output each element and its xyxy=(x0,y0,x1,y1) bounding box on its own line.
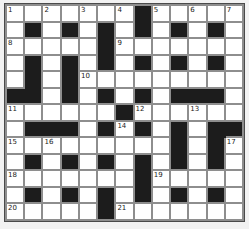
letter-cell-r9c11[interactable] xyxy=(189,138,205,153)
letter-cell-r11c11[interactable] xyxy=(189,171,205,186)
letter-cell-r6c13[interactable] xyxy=(226,89,242,104)
clue-number-20: 20 xyxy=(8,204,17,212)
block-cell-r13c6 xyxy=(98,204,114,219)
letter-cell-r11c5[interactable] xyxy=(80,171,96,186)
clue-number-8: 8 xyxy=(8,39,12,47)
letter-cell-r11c6[interactable] xyxy=(98,171,114,186)
letter-cell-r1c6[interactable] xyxy=(98,6,114,21)
block-cell-r12c12 xyxy=(208,188,224,203)
letter-cell-r5c8[interactable] xyxy=(135,72,151,87)
letter-cell-r4c9[interactable] xyxy=(153,56,169,71)
letter-cell-r3c11[interactable] xyxy=(189,39,205,54)
clue-number-17: 17 xyxy=(227,138,236,146)
letter-cell-r3c1[interactable]: 8 xyxy=(7,39,23,54)
letter-cell-r12c5[interactable] xyxy=(80,188,96,203)
letter-cell-r4c7[interactable] xyxy=(116,56,132,71)
letter-cell-r1c4[interactable] xyxy=(62,6,78,21)
clue-number-10: 10 xyxy=(81,72,90,80)
block-cell-r7c7 xyxy=(116,105,132,120)
clue-number-9: 9 xyxy=(117,39,121,47)
letter-cell-r5c3[interactable] xyxy=(43,72,59,87)
block-cell-r6c4 xyxy=(62,89,78,104)
block-cell-r12c4 xyxy=(62,188,78,203)
letter-cell-r13c8[interactable] xyxy=(135,204,151,219)
block-cell-r2c6 xyxy=(98,23,114,38)
letter-cell-r4c5[interactable] xyxy=(80,56,96,71)
letter-cell-r13c3[interactable] xyxy=(43,204,59,219)
letter-cell-r1c13[interactable]: 7 xyxy=(226,6,242,21)
block-cell-r5c4 xyxy=(62,72,78,87)
letter-cell-r11c1[interactable]: 18 xyxy=(7,171,23,186)
letter-cell-r2c3[interactable] xyxy=(43,23,59,38)
letter-cell-r9c2[interactable] xyxy=(25,138,41,153)
letter-cell-r9c9[interactable] xyxy=(153,138,169,153)
block-cell-r2c8 xyxy=(135,23,151,38)
letter-cell-r10c7[interactable] xyxy=(116,155,132,170)
letter-cell-r2c11[interactable] xyxy=(189,23,205,38)
block-cell-r10c10 xyxy=(171,155,187,170)
letter-cell-r1c5[interactable]: 3 xyxy=(80,6,96,21)
letter-cell-r11c4[interactable] xyxy=(62,171,78,186)
letter-cell-r7c1[interactable]: 11 xyxy=(7,105,23,120)
letter-cell-r7c6[interactable] xyxy=(98,105,114,120)
letter-cell-r1c2[interactable] xyxy=(25,6,41,21)
letter-cell-r5c11[interactable] xyxy=(189,72,205,87)
clue-number-15: 15 xyxy=(8,138,17,146)
block-cell-r9c10 xyxy=(171,138,187,153)
letter-cell-r5c12[interactable] xyxy=(208,72,224,87)
letter-cell-r9c1[interactable]: 15 xyxy=(7,138,23,153)
letter-cell-r3c9[interactable] xyxy=(153,39,169,54)
block-cell-r12c6 xyxy=(98,188,114,203)
block-cell-r8c8 xyxy=(135,122,151,137)
letter-cell-r9c6[interactable] xyxy=(98,138,114,153)
letter-cell-r6c9[interactable] xyxy=(153,89,169,104)
letter-cell-r13c9[interactable] xyxy=(153,204,169,219)
block-cell-r10c2 xyxy=(25,155,41,170)
letter-cell-r13c11[interactable] xyxy=(189,204,205,219)
letter-cell-r12c11[interactable] xyxy=(189,188,205,203)
letter-cell-r12c1[interactable] xyxy=(7,188,23,203)
block-cell-r6c6 xyxy=(98,89,114,104)
letter-cell-r7c13[interactable] xyxy=(226,105,242,120)
block-cell-r10c8 xyxy=(135,155,151,170)
block-cell-r12c2 xyxy=(25,188,41,203)
clue-number-7: 7 xyxy=(227,6,231,14)
letter-cell-r3c2[interactable] xyxy=(25,39,41,54)
block-cell-r4c4 xyxy=(62,56,78,71)
block-cell-r2c10 xyxy=(171,23,187,38)
letter-cell-r2c9[interactable] xyxy=(153,23,169,38)
clue-number-19: 19 xyxy=(154,171,163,179)
block-cell-r4c12 xyxy=(208,56,224,71)
letter-cell-r4c13[interactable] xyxy=(226,56,242,71)
letter-cell-r5c9[interactable] xyxy=(153,72,169,87)
block-cell-r10c4 xyxy=(62,155,78,170)
letter-cell-r9c4[interactable] xyxy=(62,138,78,153)
letter-cell-r2c1[interactable] xyxy=(7,23,23,38)
letter-cell-r3c8[interactable] xyxy=(135,39,151,54)
block-cell-r8c6 xyxy=(98,122,114,137)
letter-cell-r11c13[interactable] xyxy=(226,171,242,186)
clue-number-2: 2 xyxy=(44,6,48,14)
letter-cell-r4c3[interactable] xyxy=(43,56,59,71)
letter-cell-r7c9[interactable] xyxy=(153,105,169,120)
letter-cell-r10c5[interactable] xyxy=(80,155,96,170)
letter-cell-r2c7[interactable] xyxy=(116,23,132,38)
block-cell-r10c6 xyxy=(98,155,114,170)
letter-cell-r5c7[interactable] xyxy=(116,72,132,87)
letter-cell-r13c4[interactable] xyxy=(62,204,78,219)
letter-cell-r8c5[interactable] xyxy=(80,122,96,137)
letter-cell-r12c7[interactable] xyxy=(116,188,132,203)
letter-cell-r3c12[interactable] xyxy=(208,39,224,54)
clue-number-14: 14 xyxy=(117,122,126,130)
letter-cell-r1c1[interactable]: 1 xyxy=(7,6,23,21)
letter-cell-r5c5[interactable]: 10 xyxy=(80,72,96,87)
letter-cell-r2c5[interactable] xyxy=(80,23,96,38)
letter-cell-r10c9[interactable] xyxy=(153,155,169,170)
letter-cell-r7c8[interactable]: 12 xyxy=(135,105,151,120)
letter-cell-r11c9[interactable]: 19 xyxy=(153,171,169,186)
block-cell-r8c4 xyxy=(62,122,78,137)
letter-cell-r12c9[interactable] xyxy=(153,188,169,203)
letter-cell-r13c2[interactable] xyxy=(25,204,41,219)
block-cell-r4c6 xyxy=(98,56,114,71)
letter-cell-r13c10[interactable] xyxy=(171,204,187,219)
letter-cell-r7c10[interactable] xyxy=(171,105,187,120)
letter-cell-r5c6[interactable] xyxy=(98,72,114,87)
block-cell-r6c12 xyxy=(208,89,224,104)
letter-cell-r8c7[interactable]: 14 xyxy=(116,122,132,137)
clue-number-12: 12 xyxy=(136,105,145,113)
letter-cell-r10c11[interactable] xyxy=(189,155,205,170)
clue-number-4: 4 xyxy=(117,6,121,14)
block-cell-r9c12 xyxy=(208,138,224,153)
letter-cell-r7c11[interactable]: 13 xyxy=(189,105,205,120)
block-cell-r6c1 xyxy=(7,89,23,104)
block-cell-r8c2 xyxy=(25,122,41,137)
block-cell-r4c2 xyxy=(25,56,41,71)
letter-cell-r1c9[interactable]: 5 xyxy=(153,6,169,21)
block-cell-r6c8 xyxy=(135,89,151,104)
letter-cell-r1c7[interactable]: 4 xyxy=(116,6,132,21)
letter-cell-r3c4[interactable] xyxy=(62,39,78,54)
clue-number-5: 5 xyxy=(154,6,158,14)
block-cell-r6c2 xyxy=(25,89,41,104)
letter-cell-r2c13[interactable] xyxy=(226,23,242,38)
letter-cell-r9c5[interactable] xyxy=(80,138,96,153)
letter-cell-r13c13[interactable] xyxy=(226,204,242,219)
letter-cell-r8c9[interactable] xyxy=(153,122,169,137)
letter-cell-r4c11[interactable] xyxy=(189,56,205,71)
letter-cell-r1c10[interactable] xyxy=(171,6,187,21)
clue-number-6: 6 xyxy=(190,6,194,14)
letter-cell-r10c1[interactable] xyxy=(7,155,23,170)
letter-cell-r13c1[interactable]: 20 xyxy=(7,204,23,219)
letter-cell-r1c12[interactable] xyxy=(208,6,224,21)
letter-cell-r3c3[interactable] xyxy=(43,39,59,54)
block-cell-r6c10 xyxy=(171,89,187,104)
letter-cell-r3c10[interactable] xyxy=(171,39,187,54)
letter-cell-r1c3[interactable]: 2 xyxy=(43,6,59,21)
letter-cell-r11c10[interactable] xyxy=(171,171,187,186)
crossword-grid: 123456789101112131415161718192021 xyxy=(4,3,245,222)
block-cell-r11c8 xyxy=(135,171,151,186)
letter-cell-r11c2[interactable] xyxy=(25,171,41,186)
letter-cell-r11c12[interactable] xyxy=(208,171,224,186)
letter-cell-r13c5[interactable] xyxy=(80,204,96,219)
letter-cell-r8c11[interactable] xyxy=(189,122,205,137)
letter-cell-r6c5[interactable] xyxy=(80,89,96,104)
block-cell-r4c10 xyxy=(171,56,187,71)
letter-cell-r7c5[interactable] xyxy=(80,105,96,120)
block-cell-r10c12 xyxy=(208,155,224,170)
letter-cell-r3c7[interactable]: 9 xyxy=(116,39,132,54)
letter-cell-r9c13[interactable]: 17 xyxy=(226,138,242,153)
block-cell-r12c10 xyxy=(171,188,187,203)
clue-number-13: 13 xyxy=(190,105,199,113)
letter-cell-r12c13[interactable] xyxy=(226,188,242,203)
letter-cell-r6c7[interactable] xyxy=(116,89,132,104)
block-cell-r2c12 xyxy=(208,23,224,38)
letter-cell-r7c3[interactable] xyxy=(43,105,59,120)
crossword-puzzle: 123456789101112131415161718192021 xyxy=(0,0,249,229)
clue-number-3: 3 xyxy=(81,6,85,14)
block-cell-r8c3 xyxy=(43,122,59,137)
letter-cell-r11c7[interactable] xyxy=(116,171,132,186)
letter-cell-r13c12[interactable] xyxy=(208,204,224,219)
letter-cell-r1c11[interactable]: 6 xyxy=(189,6,205,21)
letter-cell-r7c4[interactable] xyxy=(62,105,78,120)
letter-cell-r9c7[interactable] xyxy=(116,138,132,153)
letter-cell-r3c13[interactable] xyxy=(226,39,242,54)
letter-cell-r13c7[interactable]: 21 xyxy=(116,204,132,219)
letter-cell-r10c3[interactable] xyxy=(43,155,59,170)
letter-cell-r4c1[interactable] xyxy=(7,56,23,71)
clue-number-11: 11 xyxy=(8,105,17,113)
block-cell-r3c6 xyxy=(98,39,114,54)
block-cell-r2c4 xyxy=(62,23,78,38)
block-cell-r2c2 xyxy=(25,23,41,38)
letter-cell-r8c1[interactable] xyxy=(7,122,23,137)
block-cell-r8c13 xyxy=(226,122,242,137)
letter-cell-r7c2[interactable] xyxy=(25,105,41,120)
letter-cell-r5c10[interactable] xyxy=(171,72,187,87)
block-cell-r4c8 xyxy=(135,56,151,71)
letter-cell-r12c3[interactable] xyxy=(43,188,59,203)
letter-cell-r9c3[interactable]: 16 xyxy=(43,138,59,153)
letter-cell-r5c13[interactable] xyxy=(226,72,242,87)
letter-cell-r10c13[interactable] xyxy=(226,155,242,170)
block-cell-r6c11 xyxy=(189,89,205,104)
block-cell-r8c10 xyxy=(171,122,187,137)
letter-cell-r11c3[interactable] xyxy=(43,171,59,186)
block-cell-r1c8 xyxy=(135,6,151,21)
clue-number-18: 18 xyxy=(8,171,17,179)
block-cell-r5c2 xyxy=(25,72,41,87)
letter-cell-r7c12[interactable] xyxy=(208,105,224,120)
letter-cell-r3c5[interactable] xyxy=(80,39,96,54)
block-cell-r8c12 xyxy=(208,122,224,137)
clue-number-21: 21 xyxy=(117,204,126,212)
clue-number-1: 1 xyxy=(8,6,12,14)
block-cell-r12c8 xyxy=(135,188,151,203)
letter-cell-r5c1[interactable] xyxy=(7,72,23,87)
clue-number-16: 16 xyxy=(44,138,53,146)
letter-cell-r6c3[interactable] xyxy=(43,89,59,104)
letter-cell-r9c8[interactable] xyxy=(135,138,151,153)
